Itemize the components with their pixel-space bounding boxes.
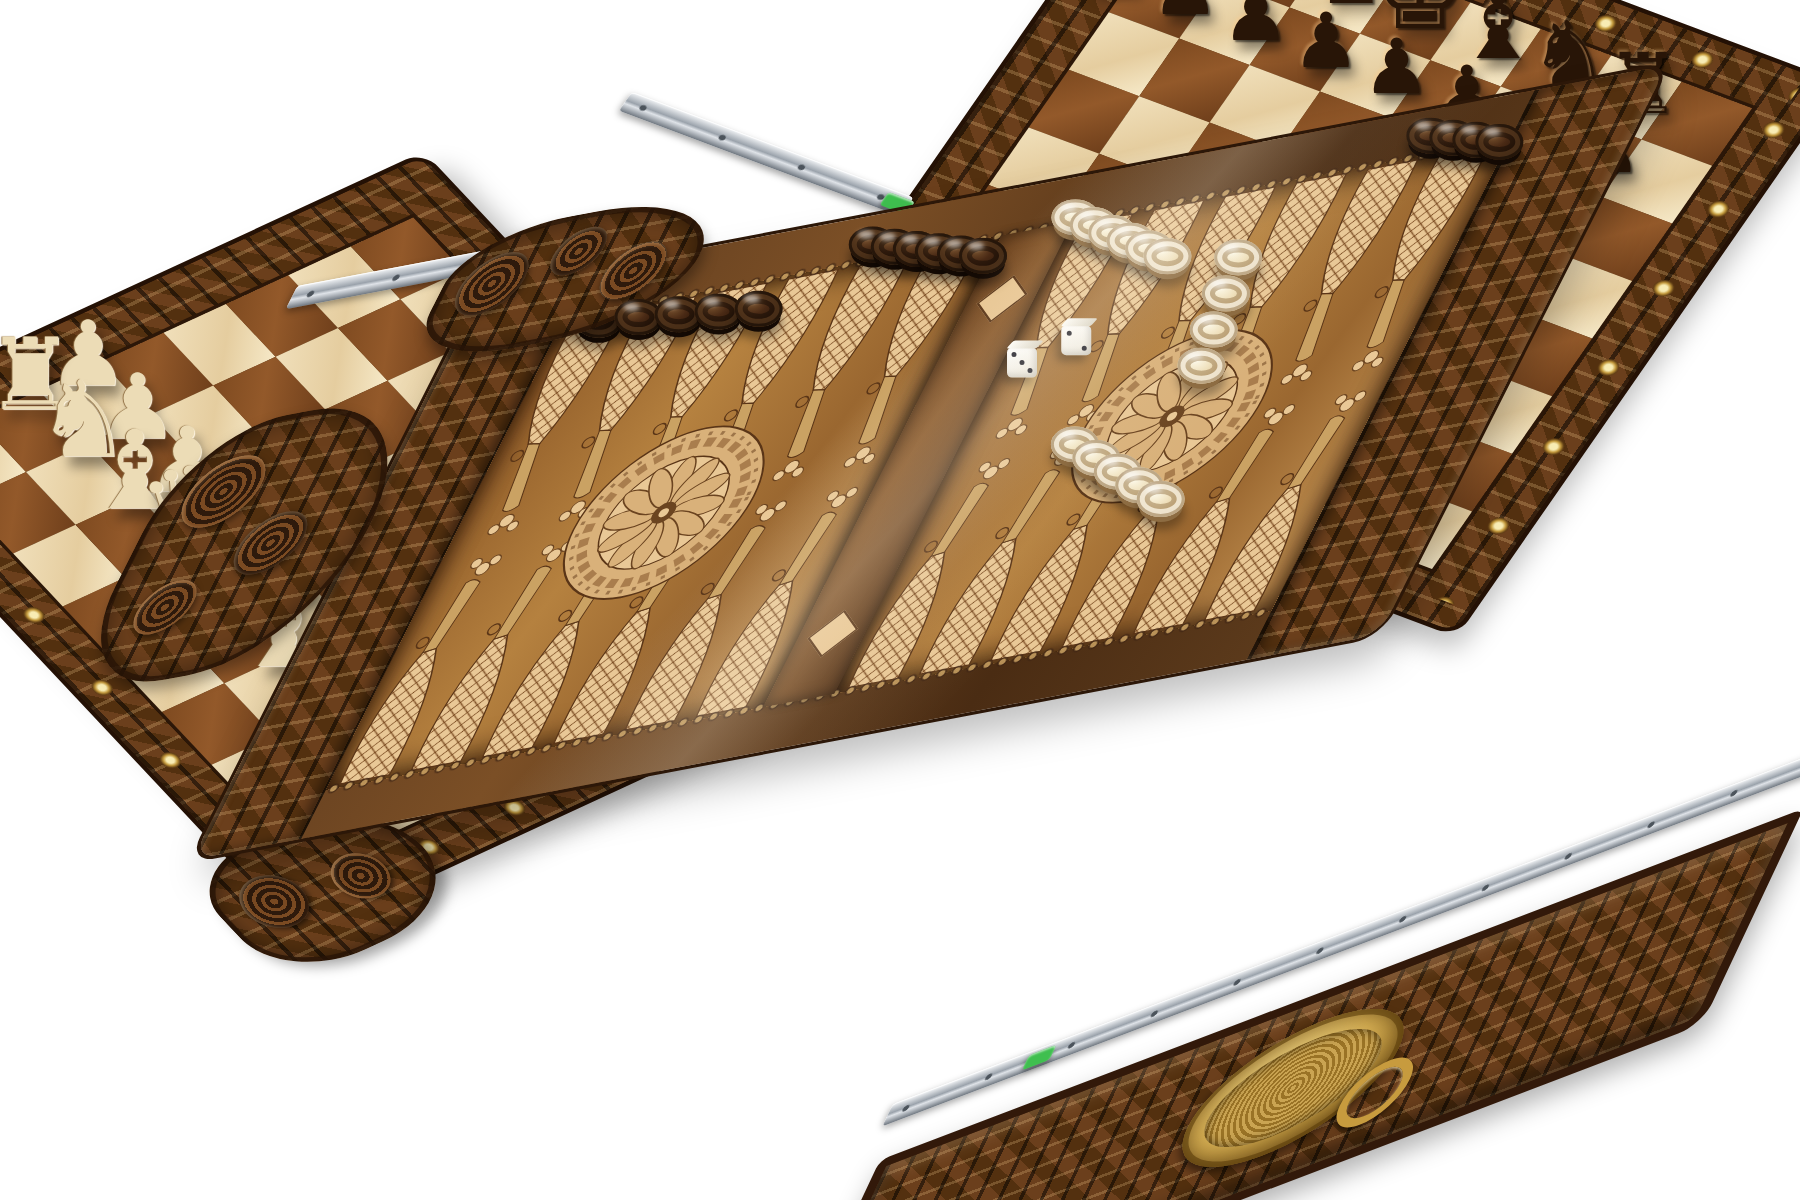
- game-table-photo: ♟♟♟♟♟♟♟♟♜♞♝♛♚♝♞♜ ♜♞♝♛♚♝♞♜♟♟♟♟♟♟♟♟: [0, 0, 1800, 1200]
- die-showing-3[interactable]: [1007, 348, 1037, 378]
- point-shaft: [494, 565, 553, 639]
- carved-drawer[interactable]: [778, 809, 1800, 1200]
- point-shaft: [1288, 414, 1347, 488]
- bar-inlay-diamond: [807, 610, 858, 658]
- point-shaft: [1003, 468, 1062, 542]
- backgammon-checker-brown[interactable]: [959, 238, 1007, 274]
- chess-piece-dark-pawn[interactable]: ♟: [1362, 29, 1430, 105]
- bar-inlay-diamond: [976, 275, 1027, 323]
- chess-piece-dark-pawn[interactable]: ♟: [1292, 3, 1360, 79]
- slide-rail-right: [619, 92, 914, 216]
- backgammon-checker-white[interactable]: [1137, 481, 1185, 517]
- backgammon-checker-white[interactable]: [1202, 276, 1250, 312]
- backgammon-checker-brown[interactable]: [735, 291, 783, 327]
- chess-piece-dark-pawn[interactable]: ♟: [1151, 0, 1219, 26]
- backgammon-checker-white[interactable]: [1214, 239, 1262, 275]
- backgammon-checker-white[interactable]: [1143, 238, 1191, 274]
- die-showing-2[interactable]: [1061, 325, 1091, 355]
- point-shaft: [931, 482, 990, 556]
- backgammon-checker-white[interactable]: [1177, 348, 1225, 384]
- chess-piece-dark-pawn[interactable]: ♟: [1222, 0, 1290, 52]
- point-shaft: [423, 578, 482, 652]
- backgammon-checker-white[interactable]: [1190, 312, 1238, 348]
- brass-medallion-handle[interactable]: [1155, 980, 1431, 1197]
- backgammon-checker-brown[interactable]: [1475, 124, 1523, 160]
- rail-clip-green: [1022, 1045, 1057, 1071]
